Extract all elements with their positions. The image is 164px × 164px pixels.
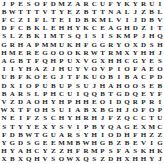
grid-cell[interactable]: K [82, 74, 90, 82]
grid-cell[interactable]: K [66, 41, 74, 49]
grid-cell[interactable]: T [8, 123, 16, 131]
grid-cell[interactable]: M [49, 33, 57, 41]
grid-cell[interactable]: S [90, 156, 98, 164]
grid-cell[interactable]: G [90, 41, 98, 49]
grid-cell[interactable]: M [123, 33, 131, 41]
grid-cell[interactable]: O [98, 74, 106, 82]
grid-cell[interactable]: H [74, 115, 82, 123]
grid-cell[interactable]: P [33, 82, 41, 90]
grid-cell[interactable]: L [8, 33, 16, 41]
grid-cell[interactable]: H [57, 115, 65, 123]
grid-cell[interactable]: K [33, 33, 41, 41]
grid-cell[interactable]: R [82, 115, 90, 123]
grid-cell[interactable]: J [0, 0, 8, 8]
grid-cell[interactable]: Y [148, 156, 156, 164]
grid-cell[interactable]: P [82, 123, 90, 131]
grid-cell[interactable]: S [107, 33, 115, 41]
grid-cell[interactable]: G [0, 41, 8, 49]
grid-cell[interactable]: I [41, 33, 49, 41]
grid-cell[interactable]: S [139, 82, 147, 90]
grid-cell[interactable]: Q [123, 115, 131, 123]
grid-cell[interactable]: E [16, 0, 24, 8]
grid-cell[interactable]: M [49, 41, 57, 49]
grid-cell[interactable]: O [123, 82, 131, 90]
grid-cell[interactable]: H [16, 41, 24, 49]
grid-cell[interactable]: T [148, 115, 156, 123]
grid-cell[interactable]: S [74, 82, 82, 90]
grid-cell[interactable]: I [115, 74, 123, 82]
grid-cell[interactable]: B [8, 74, 16, 82]
grid-cell[interactable]: T [66, 74, 74, 82]
grid-cell[interactable]: F [16, 74, 24, 82]
grid-cell[interactable]: H [115, 156, 123, 164]
word-search-grid: JPESOFDMZARCUFYKYRUIBWTTTVTYEZBTTNALJZBL… [0, 0, 164, 164]
grid-cell[interactable]: X [0, 156, 8, 164]
grid-cell[interactable]: I [82, 33, 90, 41]
grid-cell[interactable]: M [57, 0, 65, 8]
grid-cell[interactable]: Y [49, 123, 57, 131]
grid-cell[interactable]: J [98, 115, 106, 123]
grid-cell[interactable]: Q [107, 123, 115, 131]
grid-cell[interactable]: C [90, 0, 98, 8]
grid-cell[interactable]: U [82, 82, 90, 90]
grid-cell[interactable]: U [0, 74, 8, 82]
grid-cell[interactable]: N [0, 115, 8, 123]
grid-cell[interactable]: K [123, 0, 131, 8]
grid-cell[interactable]: X [16, 156, 24, 164]
grid-cell[interactable]: B [8, 156, 16, 164]
grid-cell[interactable]: Q [25, 156, 33, 164]
grid-cell[interactable]: G [98, 41, 106, 49]
grid-cell[interactable]: M [148, 123, 156, 131]
grid-cell[interactable]: Q [156, 33, 164, 41]
grid-cell[interactable]: P [33, 41, 41, 49]
grid-cell[interactable]: S [49, 156, 57, 164]
grid-cell[interactable]: J [57, 74, 65, 82]
grid-cell[interactable]: H [139, 156, 147, 164]
grid-cell[interactable]: I [16, 115, 24, 123]
grid-cell[interactable]: R [107, 41, 115, 49]
grid-cell[interactable]: I [16, 82, 24, 90]
grid-cell[interactable]: X [41, 123, 49, 131]
grid-cell[interactable]: R [82, 0, 90, 8]
grid-cell[interactable]: H [115, 82, 123, 90]
grid-cell[interactable]: I [74, 123, 82, 131]
grid-cell[interactable]: I [156, 0, 164, 8]
grid-cell[interactable]: F [82, 41, 90, 49]
grid-cell[interactable]: S [148, 41, 156, 49]
grid-cell[interactable]: U [57, 41, 65, 49]
grid-cell[interactable]: O [131, 82, 139, 90]
grid-cell[interactable]: Y [115, 41, 123, 49]
grid-cell[interactable]: E [148, 82, 156, 90]
grid-cell[interactable]: V [41, 156, 49, 164]
grid-cell[interactable]: H [156, 41, 164, 49]
grid-cell[interactable]: U [41, 82, 49, 90]
grid-cell[interactable]: Y [16, 123, 24, 131]
grid-cell[interactable]: U [148, 0, 156, 8]
grid-cell[interactable]: X [74, 156, 82, 164]
word-search-puzzle: JPESOFDMZARCUFYKYRUIBWTTTVTYEZBTTNALJZBL… [0, 0, 164, 164]
grid-cell[interactable]: X [123, 156, 131, 164]
grid-cell[interactable]: X [139, 123, 147, 131]
grid-cell[interactable]: P [66, 82, 74, 90]
grid-cell[interactable]: J [90, 82, 98, 90]
grid-cell[interactable]: P [131, 33, 139, 41]
grid-cell[interactable]: P [148, 74, 156, 82]
grid-cell[interactable]: T [57, 33, 65, 41]
grid-cell[interactable]: O [33, 0, 41, 8]
grid-cell[interactable]: C [49, 115, 57, 123]
grid-cell[interactable]: U [90, 74, 98, 82]
grid-cell[interactable]: H [90, 115, 98, 123]
grid-cell[interactable]: O [123, 41, 131, 49]
grid-cell[interactable]: B [123, 74, 131, 82]
grid-cell[interactable]: E [8, 115, 16, 123]
grid-cell[interactable]: K [25, 74, 33, 82]
grid-cell[interactable]: C [131, 115, 139, 123]
grid-cell[interactable]: U [156, 115, 164, 123]
grid-cell[interactable]: D [107, 156, 115, 164]
grid-cell[interactable]: H [33, 156, 41, 164]
grid-cell[interactable]: W [66, 156, 74, 164]
grid-cell[interactable]: A [131, 74, 139, 82]
grid-cell[interactable]: F [107, 0, 115, 8]
grid-cell[interactable]: E [131, 123, 139, 131]
grid-cell[interactable]: Y [98, 123, 106, 131]
grid-cell[interactable]: H [98, 82, 106, 90]
grid-cell[interactable]: U [57, 82, 65, 90]
grid-cell[interactable]: B [107, 74, 115, 82]
grid-cell[interactable]: J [156, 156, 164, 164]
grid-cell[interactable]: D [139, 41, 147, 49]
grid-cell[interactable]: M [41, 41, 49, 49]
grid-cell[interactable]: V [66, 123, 74, 131]
grid-cell[interactable]: D [49, 0, 57, 8]
grid-cell[interactable]: S [41, 115, 49, 123]
grid-cell[interactable]: F [25, 115, 33, 123]
grid-cell[interactable]: A [115, 123, 123, 131]
grid-cell[interactable]: R [139, 0, 147, 8]
grid-cell[interactable]: J [139, 33, 147, 41]
grid-cell[interactable]: X [8, 82, 16, 90]
grid-cell[interactable]: O [33, 74, 41, 82]
grid-cell[interactable]: A [25, 41, 33, 49]
grid-cell[interactable]: P [8, 0, 16, 8]
grid-cell[interactable]: F [41, 0, 49, 8]
grid-cell[interactable]: B [90, 123, 98, 131]
grid-cell[interactable]: F [107, 115, 115, 123]
grid-cell[interactable]: Q [74, 33, 82, 41]
grid-cell[interactable]: K [115, 33, 123, 41]
grid-cell[interactable]: B [25, 33, 33, 41]
grid-cell[interactable]: B [156, 82, 164, 90]
grid-cell[interactable]: Y [115, 0, 123, 8]
grid-cell[interactable]: S [25, 0, 33, 8]
grid-cell[interactable]: Z [98, 156, 106, 164]
grid-cell[interactable]: S [57, 123, 65, 131]
grid-cell[interactable]: S [66, 33, 74, 41]
grid-cell[interactable]: X [131, 41, 139, 49]
grid-cell[interactable]: O [25, 82, 33, 90]
grid-cell[interactable]: H [131, 156, 139, 164]
grid-cell[interactable]: G [49, 74, 57, 82]
grid-cell[interactable]: Z [66, 0, 74, 8]
grid-cell[interactable]: I [98, 33, 106, 41]
grid-cell[interactable]: A [107, 82, 115, 90]
grid-cell[interactable]: S [0, 33, 8, 41]
grid-cell[interactable]: C [139, 115, 147, 123]
grid-cell[interactable]: R [8, 41, 16, 49]
grid-cell[interactable]: O [57, 156, 65, 164]
grid-cell[interactable]: D [156, 74, 164, 82]
grid-cell[interactable]: Z [115, 115, 123, 123]
grid-cell[interactable]: H [148, 33, 156, 41]
grid-cell[interactable]: H [74, 41, 82, 49]
grid-cell[interactable]: Q [82, 156, 90, 164]
grid-cell[interactable]: E [33, 123, 41, 131]
grid-cell[interactable]: S [0, 123, 8, 131]
grid-cell[interactable]: Y [25, 123, 33, 131]
grid-cell[interactable]: Z [33, 115, 41, 123]
grid-cell[interactable]: B [49, 82, 57, 90]
grid-cell[interactable]: Y [131, 0, 139, 8]
grid-cell[interactable]: C [156, 123, 164, 131]
grid-cell[interactable]: U [98, 0, 106, 8]
grid-cell[interactable]: E [41, 74, 49, 82]
grid-cell[interactable]: C [139, 74, 147, 82]
grid-cell[interactable]: Y [66, 115, 74, 123]
grid-cell[interactable]: A [74, 0, 82, 8]
grid-cell[interactable]: F [74, 74, 82, 82]
grid-cell[interactable]: S [90, 33, 98, 41]
grid-cell[interactable]: D [0, 82, 8, 90]
grid-cell[interactable]: G [123, 123, 131, 131]
grid-cell[interactable]: Z [16, 33, 24, 41]
